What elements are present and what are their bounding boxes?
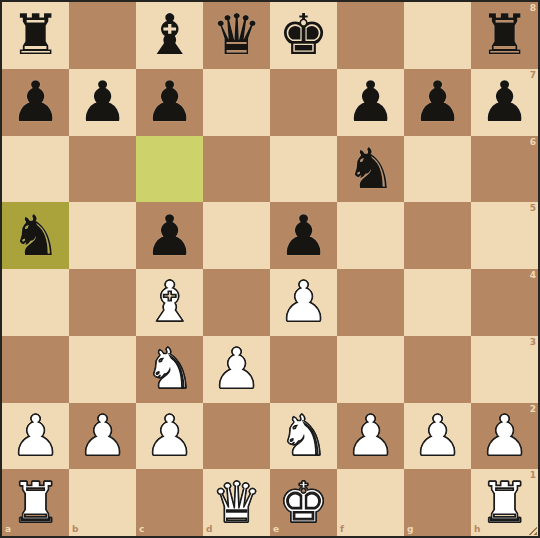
piece-white-king-e1[interactable]: ♚ — [278, 475, 328, 531]
square-f7[interactable]: ♟ — [337, 69, 404, 136]
square-b4[interactable] — [69, 269, 136, 336]
square-e2[interactable]: ♞ — [270, 403, 337, 470]
piece-white-knight-c3[interactable]: ♞ — [144, 341, 194, 397]
square-c6[interactable] — [136, 136, 203, 203]
square-b8[interactable] — [69, 2, 136, 69]
piece-white-pawn-b2[interactable]: ♟ — [77, 408, 127, 464]
square-h4[interactable]: 4 — [471, 269, 538, 336]
piece-black-knight-a5[interactable]: ♞ — [10, 208, 60, 264]
square-f1[interactable]: f — [337, 469, 404, 536]
file-label-e: e — [273, 525, 279, 534]
piece-black-pawn-e5[interactable]: ♟ — [278, 208, 328, 264]
square-f4[interactable] — [337, 269, 404, 336]
square-g4[interactable] — [404, 269, 471, 336]
square-e3[interactable] — [270, 336, 337, 403]
rank-label-4: 4 — [530, 271, 536, 280]
square-h3[interactable]: 3 — [471, 336, 538, 403]
file-label-b: b — [72, 525, 78, 534]
square-d2[interactable] — [203, 403, 270, 470]
square-b5[interactable] — [69, 202, 136, 269]
square-e4[interactable]: ♟ — [270, 269, 337, 336]
square-e5[interactable]: ♟ — [270, 202, 337, 269]
square-e1[interactable]: ♚e — [270, 469, 337, 536]
rank-label-3: 3 — [530, 338, 536, 347]
square-d3[interactable]: ♟ — [203, 336, 270, 403]
square-h8[interactable]: ♜8 — [471, 2, 538, 69]
file-label-h: h — [474, 525, 480, 534]
file-label-f: f — [340, 525, 344, 534]
square-e6[interactable] — [270, 136, 337, 203]
square-g7[interactable]: ♟ — [404, 69, 471, 136]
piece-white-pawn-a2[interactable]: ♟ — [10, 408, 60, 464]
rank-label-7: 7 — [530, 71, 536, 80]
square-b6[interactable] — [69, 136, 136, 203]
square-c1[interactable]: c — [136, 469, 203, 536]
piece-black-pawn-b7[interactable]: ♟ — [77, 74, 127, 130]
piece-white-pawn-e4[interactable]: ♟ — [278, 274, 328, 330]
square-a3[interactable] — [2, 336, 69, 403]
square-g8[interactable] — [404, 2, 471, 69]
file-label-d: d — [206, 525, 212, 534]
square-c7[interactable]: ♟ — [136, 69, 203, 136]
square-d6[interactable] — [203, 136, 270, 203]
square-b3[interactable] — [69, 336, 136, 403]
square-f5[interactable] — [337, 202, 404, 269]
piece-white-knight-e2[interactable]: ♞ — [278, 408, 328, 464]
rank-label-8: 8 — [530, 4, 536, 13]
square-d1[interactable]: ♛d — [203, 469, 270, 536]
piece-black-queen-d8[interactable]: ♛ — [211, 7, 261, 63]
square-c2[interactable]: ♟ — [136, 403, 203, 470]
piece-black-pawn-f7[interactable]: ♟ — [345, 74, 395, 130]
piece-white-pawn-d3[interactable]: ♟ — [211, 341, 261, 397]
square-a5[interactable]: ♞ — [2, 202, 69, 269]
piece-black-bishop-c8[interactable]: ♝ — [144, 7, 194, 63]
piece-black-knight-f6[interactable]: ♞ — [345, 141, 395, 197]
square-f6[interactable]: ♞ — [337, 136, 404, 203]
square-b2[interactable]: ♟ — [69, 403, 136, 470]
square-d8[interactable]: ♛ — [203, 2, 270, 69]
piece-white-pawn-f2[interactable]: ♟ — [345, 408, 395, 464]
square-h5[interactable]: 5 — [471, 202, 538, 269]
square-h6[interactable]: 6 — [471, 136, 538, 203]
file-label-g: g — [407, 525, 413, 534]
piece-black-pawn-c5[interactable]: ♟ — [144, 208, 194, 264]
square-g1[interactable]: g — [404, 469, 471, 536]
square-a4[interactable] — [2, 269, 69, 336]
square-f8[interactable] — [337, 2, 404, 69]
rank-label-1: 1 — [530, 471, 536, 480]
square-d5[interactable] — [203, 202, 270, 269]
rank-label-2: 2 — [530, 405, 536, 414]
square-b7[interactable]: ♟ — [69, 69, 136, 136]
square-e7[interactable] — [270, 69, 337, 136]
square-f2[interactable]: ♟ — [337, 403, 404, 470]
piece-white-rook-h1[interactable]: ♜ — [479, 475, 529, 531]
piece-black-pawn-g7[interactable]: ♟ — [412, 74, 462, 130]
square-a7[interactable]: ♟ — [2, 69, 69, 136]
piece-black-king-e8[interactable]: ♚ — [278, 7, 328, 63]
square-a2[interactable]: ♟ — [2, 403, 69, 470]
piece-black-rook-a8[interactable]: ♜ — [10, 7, 60, 63]
square-a1[interactable]: ♜a — [2, 469, 69, 536]
square-g2[interactable]: ♟ — [404, 403, 471, 470]
piece-white-pawn-c2[interactable]: ♟ — [144, 408, 194, 464]
square-b1[interactable]: b — [69, 469, 136, 536]
square-h1[interactable]: ♜h1 — [471, 469, 538, 536]
square-h7[interactable]: ♟7 — [471, 69, 538, 136]
piece-black-pawn-c7[interactable]: ♟ — [144, 74, 194, 130]
square-c8[interactable]: ♝ — [136, 2, 203, 69]
square-a6[interactable] — [2, 136, 69, 203]
piece-white-pawn-g2[interactable]: ♟ — [412, 408, 462, 464]
square-a8[interactable]: ♜ — [2, 2, 69, 69]
square-g6[interactable] — [404, 136, 471, 203]
square-g3[interactable] — [404, 336, 471, 403]
piece-black-rook-h8[interactable]: ♜ — [479, 7, 529, 63]
square-h2[interactable]: ♟2 — [471, 403, 538, 470]
rank-label-6: 6 — [530, 138, 536, 147]
square-c4[interactable]: ♝ — [136, 269, 203, 336]
square-e8[interactable]: ♚ — [270, 2, 337, 69]
piece-white-bishop-c4[interactable]: ♝ — [144, 274, 194, 330]
piece-white-pawn-h2[interactable]: ♟ — [479, 408, 529, 464]
file-label-c: c — [139, 525, 144, 534]
square-g5[interactable] — [404, 202, 471, 269]
rank-label-5: 5 — [530, 204, 536, 213]
square-d4[interactable] — [203, 269, 270, 336]
file-label-a: a — [5, 525, 11, 534]
square-f3[interactable] — [337, 336, 404, 403]
piece-white-queen-d1[interactable]: ♛ — [211, 475, 261, 531]
piece-black-pawn-h7[interactable]: ♟ — [479, 74, 529, 130]
square-c3[interactable]: ♞ — [136, 336, 203, 403]
piece-black-pawn-a7[interactable]: ♟ — [10, 74, 60, 130]
square-d7[interactable] — [203, 69, 270, 136]
piece-white-rook-a1[interactable]: ♜ — [10, 475, 60, 531]
chess-board: ♜♝♛♚♜8♟♟♟♟♟♟7♞6♞♟♟5♝♟4♞♟3♟♟♟♞♟♟♟2♜abc♛d♚… — [0, 0, 540, 538]
square-c5[interactable]: ♟ — [136, 202, 203, 269]
